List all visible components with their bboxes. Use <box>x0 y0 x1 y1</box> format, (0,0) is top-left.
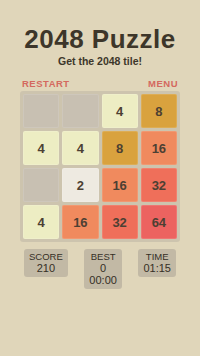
tile-16: 16 <box>141 131 177 165</box>
tile-2: 2 <box>62 168 98 202</box>
score-value: 210 <box>29 262 63 274</box>
best-time-value: 00:00 <box>89 274 117 286</box>
status-row: SCORE 210 BEST 0 00:00 TIME 01:15 <box>24 249 176 289</box>
controls-bar: RESTART MENU <box>22 78 178 89</box>
tile-4: 4 <box>23 205 59 239</box>
time-box: TIME 01:15 <box>138 249 176 277</box>
page-title: 2048 Puzzle <box>0 0 200 54</box>
restart-button[interactable]: RESTART <box>22 78 70 89</box>
tile-64: 64 <box>141 205 177 239</box>
board[interactable]: 4844816216324163264 <box>20 91 180 242</box>
time-label: TIME <box>143 251 171 262</box>
empty-cell <box>62 94 98 128</box>
tile-4: 4 <box>62 131 98 165</box>
tile-32: 32 <box>141 168 177 202</box>
tile-8: 8 <box>141 94 177 128</box>
tile-32: 32 <box>102 205 138 239</box>
empty-cell <box>23 94 59 128</box>
best-value: 0 <box>89 262 117 274</box>
score-label: SCORE <box>29 251 63 262</box>
page-subtitle: Get the 2048 tile! <box>0 55 200 67</box>
best-label: BEST <box>89 251 117 262</box>
tile-8: 8 <box>102 131 138 165</box>
empty-cell <box>23 168 59 202</box>
tile-4: 4 <box>23 131 59 165</box>
tile-4: 4 <box>102 94 138 128</box>
tile-16: 16 <box>62 205 98 239</box>
menu-button[interactable]: MENU <box>148 78 178 89</box>
tile-16: 16 <box>102 168 138 202</box>
score-box: SCORE 210 <box>24 249 68 277</box>
time-value: 01:15 <box>143 262 171 274</box>
best-box: BEST 0 00:00 <box>84 249 122 289</box>
